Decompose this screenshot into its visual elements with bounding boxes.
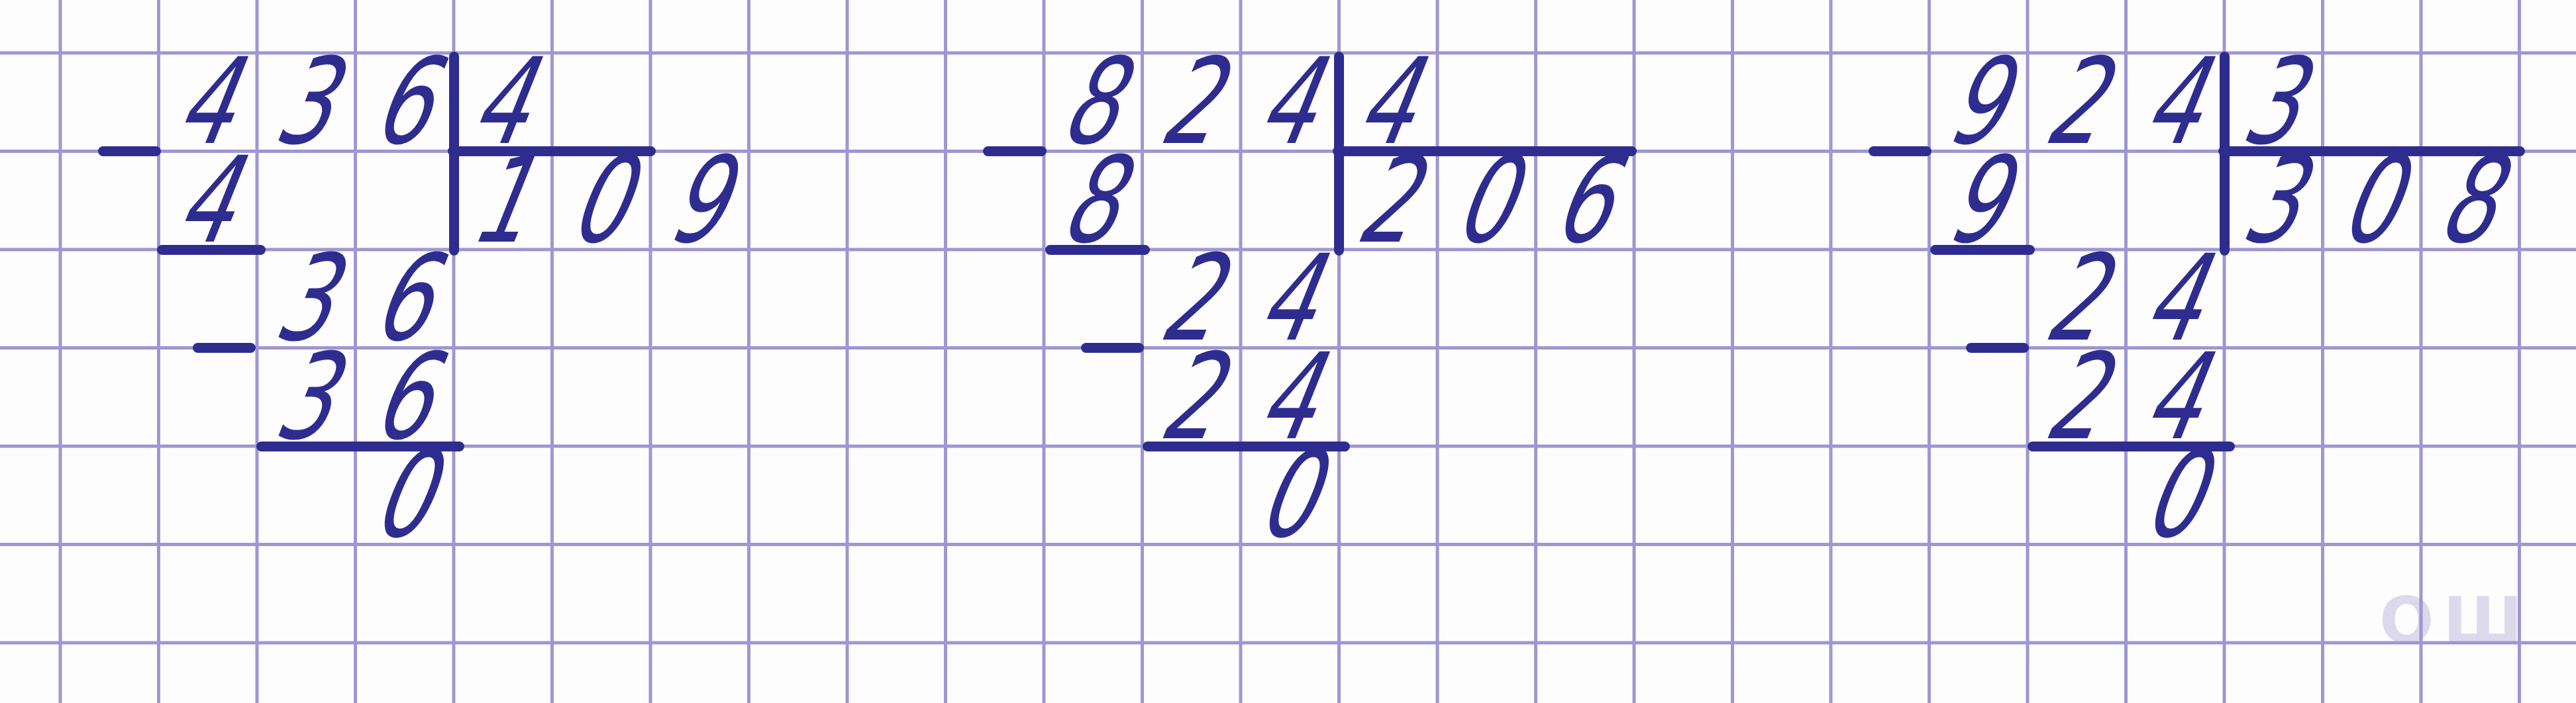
p2-dividend-digit-2: 2 bbox=[1147, 53, 1239, 152]
squared-paper-worksheet: ОШ 4364410936360824482062424092439308242… bbox=[0, 0, 2576, 703]
p3-subtrahend2-underline bbox=[2028, 442, 2235, 451]
p2-minus-top bbox=[983, 146, 1047, 156]
p3-quotient-line bbox=[2218, 146, 2525, 156]
handwritten-division-work: 436441093636082448206242409243930824240 bbox=[0, 0, 2576, 703]
p1-quotient-digit-0: 0 bbox=[556, 152, 649, 250]
p1-quotient-line bbox=[448, 146, 656, 156]
p2-quotient-line bbox=[1333, 146, 1637, 156]
p2-subtrahend2-underline bbox=[1143, 442, 1350, 451]
p3-quotient-digit-0: 0 bbox=[2327, 152, 2420, 250]
p3-dividend-digit-2: 2 bbox=[2032, 53, 2124, 152]
p3-minus-top bbox=[1869, 146, 1932, 156]
p3-quotient-digit-8: 8 bbox=[2425, 152, 2518, 250]
p3-dividend-digit-4: 4 bbox=[2130, 53, 2223, 152]
p1-dividend-digit-3: 3 bbox=[261, 53, 354, 152]
p2-quotient-digit-0: 0 bbox=[1441, 152, 1534, 250]
p1-dividend-digit-6: 6 bbox=[360, 53, 452, 152]
p2-minus-mid bbox=[1081, 343, 1144, 353]
p1-minus-mid bbox=[193, 343, 256, 353]
p2-subtrahend1-underline bbox=[1045, 245, 1150, 255]
p1-quotient-digit-9: 9 bbox=[654, 152, 747, 250]
p1-subtrahend2-underline bbox=[256, 442, 464, 451]
p3-minus-mid bbox=[1966, 343, 2029, 353]
p3-subtrahend1-underline bbox=[1930, 245, 2035, 255]
p1-subtrahend1-underline bbox=[157, 245, 266, 255]
p2-dividend-digit-4: 4 bbox=[1245, 53, 1337, 152]
p1-minus-top bbox=[98, 146, 161, 156]
p2-quotient-digit-6: 6 bbox=[1540, 152, 1633, 250]
